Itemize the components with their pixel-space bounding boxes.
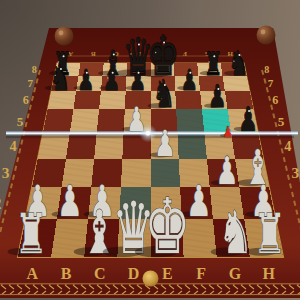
piece-black-rook-g8[interactable]: ♜ — [200, 45, 223, 81]
far-file-label-b: B — [91, 50, 96, 58]
piece-black-knight-h8[interactable]: ♞ — [224, 43, 249, 83]
svg-text:♚: ♚ — [145, 181, 191, 270]
file-label-b: B — [61, 265, 72, 282]
rank-label-left-6: 6 — [23, 93, 29, 107]
rank-label-right-4: 4 — [284, 138, 291, 154]
rank-label-left-7: 7 — [28, 77, 34, 89]
svg-text:♜: ♜ — [253, 201, 286, 266]
piece-black-pawn-b7[interactable]: ♟ — [74, 62, 95, 96]
svg-text:♟: ♟ — [77, 62, 94, 96]
rank-label-left-4: 4 — [10, 138, 17, 154]
chess-game-scene: ABCDEFGH1122334455667788ABCDEFGH ♜♝♛♚♜♞♞… — [0, 0, 300, 300]
svg-text:♞: ♞ — [49, 57, 70, 98]
svg-text:♟: ♟ — [57, 176, 83, 227]
svg-text:♞: ♞ — [218, 199, 253, 267]
piece-black-pawn-c7[interactable]: ♟ — [99, 62, 120, 96]
file-label-g: G — [229, 265, 242, 282]
rank-label-left-3: 3 — [2, 164, 10, 181]
rank-label-left-2: 2 — [0, 194, 1, 213]
svg-text:♟: ♟ — [129, 62, 146, 96]
piece-white-pawn-b2[interactable]: ♟ — [51, 176, 82, 227]
corner-knob-right — [257, 26, 276, 45]
rank-label-right-3: 3 — [292, 164, 300, 181]
corner-knob-left — [55, 27, 74, 46]
chess-board-3d: ABCDEFGH1122334455667788ABCDEFGH ♜♝♛♚♜♞♞… — [0, 0, 300, 300]
file-label-c: C — [94, 265, 106, 282]
svg-text:♜: ♜ — [15, 201, 48, 266]
rank-label-left-5: 5 — [17, 114, 24, 129]
rank-label-left-8: 8 — [32, 64, 37, 75]
piece-white-pawn-g3[interactable]: ♟ — [211, 149, 239, 194]
rank-label-right-5: 5 — [278, 114, 285, 129]
svg-text:♟: ♟ — [154, 123, 176, 164]
file-label-f: F — [196, 265, 206, 282]
piece-black-pawn-g6[interactable]: ♟ — [204, 78, 227, 114]
svg-text:♟: ♟ — [103, 62, 120, 96]
file-label-h: H — [263, 265, 276, 282]
svg-text:♟: ♟ — [216, 149, 239, 194]
piece-black-knight-a7[interactable]: ♞ — [45, 57, 71, 98]
rank-label-right-6: 6 — [272, 93, 278, 107]
rank-label-right-8: 8 — [264, 64, 269, 75]
piece-black-pawn-d7[interactable]: ♟ — [125, 62, 146, 96]
file-label-a: A — [26, 265, 38, 282]
svg-text:♞: ♞ — [228, 43, 248, 83]
piece-black-pawn-f7[interactable]: ♟ — [177, 62, 198, 96]
svg-text:♞: ♞ — [152, 72, 175, 117]
piece-black-knight-e6[interactable]: ♞ — [148, 72, 176, 117]
far-file-label-f: F — [183, 50, 187, 58]
svg-text:♟: ♟ — [181, 62, 198, 96]
piece-white-pawn-e4[interactable]: ♟ — [150, 123, 176, 164]
svg-text:♟: ♟ — [223, 123, 233, 140]
svg-text:♜: ♜ — [204, 45, 223, 81]
rank-label-right-7: 7 — [268, 77, 274, 89]
svg-text:♟: ♟ — [208, 78, 227, 114]
gold-dot-ornament — [143, 271, 159, 287]
